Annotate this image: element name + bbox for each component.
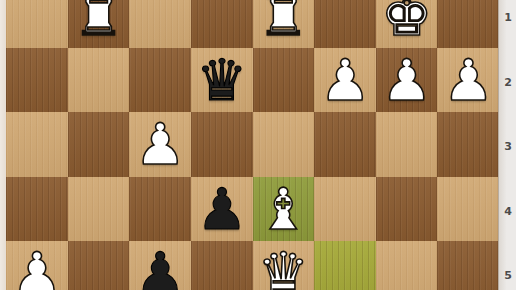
chess-app-window: ♜♜♚♛♟♟♟♟♟♝♟♟♛ 12345 [0, 0, 516, 290]
black-pawn[interactable]: ♟ [135, 241, 186, 290]
white-pawn[interactable]: ♟ [11, 241, 62, 290]
white-pawn[interactable]: ♟ [443, 48, 494, 113]
rank-label-3: 3 [500, 139, 516, 155]
square-b1[interactable]: ♚ [376, 0, 438, 48]
rank-label-4: 4 [500, 204, 516, 220]
square-g3[interactable] [68, 112, 130, 177]
square-a3[interactable] [437, 112, 499, 177]
square-g1[interactable]: ♜ [68, 0, 130, 48]
white-pawn[interactable]: ♟ [135, 112, 186, 177]
square-b5[interactable] [376, 241, 438, 290]
square-e1[interactable] [191, 0, 253, 48]
square-h4[interactable] [6, 177, 68, 242]
square-g2[interactable] [68, 48, 130, 113]
square-e4[interactable]: ♟ [191, 177, 253, 242]
square-f2[interactable] [129, 48, 191, 113]
square-a1[interactable] [437, 0, 499, 48]
white-queen[interactable]: ♛ [258, 241, 309, 290]
square-a2[interactable]: ♟ [437, 48, 499, 113]
chess-board[interactable]: ♜♜♚♛♟♟♟♟♟♝♟♟♛ [6, 0, 499, 290]
square-d3[interactable] [253, 112, 315, 177]
square-d5[interactable]: ♛ [253, 241, 315, 290]
square-f4[interactable] [129, 177, 191, 242]
square-d4[interactable]: ♝ [253, 177, 315, 242]
black-pawn[interactable]: ♟ [196, 177, 247, 242]
square-a4[interactable] [437, 177, 499, 242]
square-e2[interactable]: ♛ [191, 48, 253, 113]
rank-label-2: 2 [500, 75, 516, 91]
square-h2[interactable] [6, 48, 68, 113]
square-h5[interactable]: ♟ [6, 241, 68, 290]
square-a5[interactable] [437, 241, 499, 290]
square-c4[interactable] [314, 177, 376, 242]
white-pawn[interactable]: ♟ [381, 48, 432, 113]
white-king[interactable]: ♚ [381, 0, 432, 48]
square-b2[interactable]: ♟ [376, 48, 438, 113]
square-b4[interactable] [376, 177, 438, 242]
white-pawn[interactable]: ♟ [319, 48, 370, 113]
square-f3[interactable]: ♟ [129, 112, 191, 177]
white-rook[interactable]: ♜ [73, 0, 124, 48]
square-e3[interactable] [191, 112, 253, 177]
square-c3[interactable] [314, 112, 376, 177]
square-c1[interactable] [314, 0, 376, 48]
black-queen[interactable]: ♛ [196, 48, 247, 113]
rank-label-1: 1 [500, 10, 516, 26]
white-bishop[interactable]: ♝ [258, 177, 309, 242]
white-rook[interactable]: ♜ [258, 0, 309, 48]
square-g5[interactable] [68, 241, 130, 290]
square-f5[interactable]: ♟ [129, 241, 191, 290]
square-f1[interactable] [129, 0, 191, 48]
square-d2[interactable] [253, 48, 315, 113]
square-e5[interactable] [191, 241, 253, 290]
square-b3[interactable] [376, 112, 438, 177]
square-g4[interactable] [68, 177, 130, 242]
square-h3[interactable] [6, 112, 68, 177]
square-d1[interactable]: ♜ [253, 0, 315, 48]
rank-label-5: 5 [500, 268, 516, 284]
square-h1[interactable] [6, 0, 68, 48]
square-c2[interactable]: ♟ [314, 48, 376, 113]
square-c5[interactable] [314, 241, 376, 290]
